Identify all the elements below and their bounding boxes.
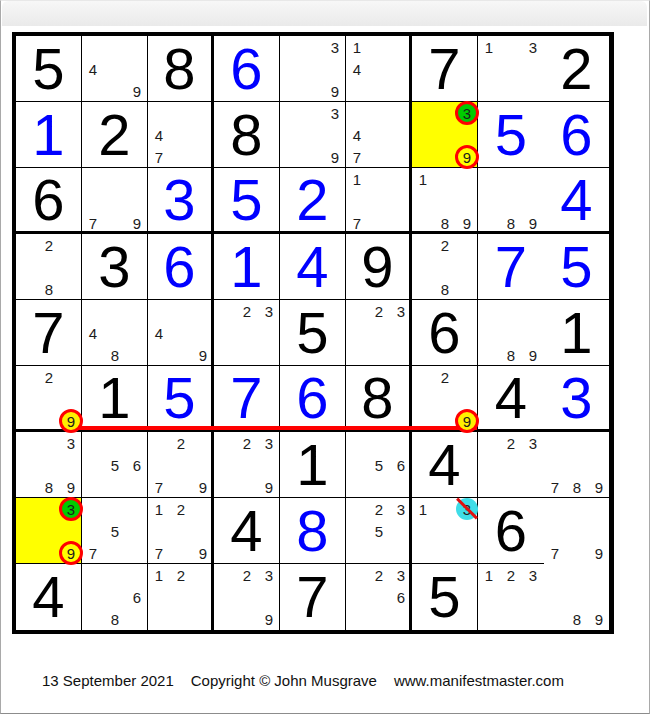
candidate-2: 2 bbox=[434, 234, 456, 256]
solved-digit: 5 bbox=[214, 168, 279, 231]
candidate-2: 2 bbox=[236, 300, 258, 322]
cell-r9c9[interactable]: 89 bbox=[544, 564, 610, 630]
candidate-8: 8 bbox=[38, 278, 60, 300]
cell-r2c5[interactable]: 39 bbox=[280, 102, 346, 168]
solved-digit: 3 bbox=[544, 366, 609, 429]
candidate-9: 9 bbox=[258, 608, 280, 630]
cell-r5c5[interactable]: 5 bbox=[280, 300, 346, 366]
candidate-1: 1 bbox=[412, 168, 434, 190]
candidate-2: 2 bbox=[236, 564, 258, 586]
cell-r7c3[interactable]: 279 bbox=[148, 432, 214, 498]
candidates: 789 bbox=[544, 432, 609, 497]
cell-r8c4[interactable]: 4 bbox=[214, 498, 280, 564]
cell-r6c1[interactable]: 29 bbox=[16, 366, 82, 432]
given-digit: 5 bbox=[280, 300, 345, 365]
given-digit: 6 bbox=[478, 498, 544, 563]
candidate-2: 2 bbox=[170, 432, 192, 454]
candidates: 39 bbox=[412, 102, 477, 167]
candidate-3-green-circled: 3 bbox=[455, 101, 479, 125]
candidate-1: 1 bbox=[148, 498, 170, 520]
candidates: 23 bbox=[214, 300, 279, 365]
candidates: 123 bbox=[478, 564, 544, 630]
candidate-9: 9 bbox=[588, 542, 610, 564]
candidate-2: 2 bbox=[170, 564, 192, 586]
candidate-9: 9 bbox=[324, 146, 346, 168]
candidate-2: 2 bbox=[434, 366, 456, 388]
cell-r2c2[interactable]: 2 bbox=[82, 102, 148, 168]
candidate-8: 8 bbox=[38, 476, 60, 498]
cell-r7c4[interactable]: 239 bbox=[214, 432, 280, 498]
candidate-9: 9 bbox=[192, 476, 214, 498]
solved-digit: 7 bbox=[214, 366, 279, 429]
given-digit: 8 bbox=[346, 366, 409, 429]
cell-r7c8[interactable]: 23 bbox=[478, 432, 544, 498]
cell-r6c2[interactable]: 1 bbox=[82, 366, 148, 432]
cell-r6c7[interactable]: 29 bbox=[412, 366, 478, 432]
solved-digit: 4 bbox=[544, 168, 609, 231]
candidates: 239 bbox=[214, 432, 279, 497]
cell-r4c7[interactable]: 28 bbox=[412, 234, 478, 300]
cell-r6c3[interactable]: 5 bbox=[148, 366, 214, 432]
candidate-8: 8 bbox=[104, 608, 126, 630]
candidates: 28 bbox=[412, 234, 477, 299]
candidates: 389 bbox=[16, 432, 81, 497]
cell-r8c3[interactable]: 1279 bbox=[148, 498, 214, 564]
candidates: 1279 bbox=[148, 498, 211, 563]
candidates: 47 bbox=[148, 102, 211, 167]
cell-r2c7[interactable]: 39 bbox=[412, 102, 478, 168]
cell-r5c9[interactable]: 1 bbox=[544, 300, 610, 366]
cell-r6c8[interactable]: 4 bbox=[478, 366, 544, 432]
candidate-3: 3 bbox=[390, 564, 412, 586]
candidates: 17 bbox=[346, 168, 409, 231]
cell-r2c1[interactable]: 1 bbox=[16, 102, 82, 168]
candidates: 13 bbox=[478, 36, 544, 101]
solved-digit: 1 bbox=[214, 234, 279, 299]
candidates: 23 bbox=[346, 300, 409, 365]
cell-r2c8[interactable]: 5 bbox=[478, 102, 544, 168]
candidate-6: 6 bbox=[390, 454, 412, 476]
candidates: 29 bbox=[412, 366, 477, 429]
candidates: 39 bbox=[16, 498, 81, 563]
candidates: 49 bbox=[82, 36, 147, 101]
given-digit: 9 bbox=[346, 234, 409, 299]
candidate-9-yellow-circled: 9 bbox=[455, 409, 479, 433]
candidate-2: 2 bbox=[236, 432, 258, 454]
cell-r5c8[interactable]: 89 bbox=[478, 300, 544, 366]
cell-r5c6[interactable]: 23 bbox=[346, 300, 412, 366]
candidates: 39 bbox=[280, 102, 345, 167]
cell-r9c3[interactable]: 12 bbox=[148, 564, 214, 630]
solved-digit: 6 bbox=[280, 366, 345, 429]
candidate-3: 3 bbox=[522, 432, 544, 454]
candidate-9: 9 bbox=[258, 476, 280, 498]
candidate-7: 7 bbox=[148, 542, 170, 564]
cell-r7c5[interactable]: 1 bbox=[280, 432, 346, 498]
candidate-9: 9 bbox=[324, 80, 346, 102]
cell-r9c8[interactable]: 123 bbox=[478, 564, 544, 630]
candidates: 79 bbox=[82, 168, 147, 231]
candidate-3: 3 bbox=[324, 102, 346, 124]
candidates: 14 bbox=[346, 36, 409, 101]
candidate-1: 1 bbox=[346, 36, 368, 58]
candidate-1: 1 bbox=[346, 168, 368, 190]
cell-r2c9[interactable]: 6 bbox=[544, 102, 610, 168]
footer-copyright: Copyright © John Musgrave bbox=[191, 672, 377, 689]
given-digit: 7 bbox=[280, 564, 345, 630]
candidate-9: 9 bbox=[192, 344, 214, 366]
candidates: 12 bbox=[148, 564, 211, 630]
candidates: 279 bbox=[148, 432, 211, 497]
cell-r2c3[interactable]: 47 bbox=[148, 102, 214, 168]
cell-r3c3[interactable]: 3 bbox=[148, 168, 214, 234]
candidates: 89 bbox=[478, 168, 544, 231]
candidate-3: 3 bbox=[258, 564, 280, 586]
candidate-5: 5 bbox=[368, 454, 390, 476]
footer-date: 13 September 2021 bbox=[42, 672, 174, 689]
candidate-8: 8 bbox=[434, 278, 456, 300]
given-digit: 8 bbox=[214, 102, 279, 167]
candidate-3: 3 bbox=[60, 432, 82, 454]
candidate-7: 7 bbox=[544, 476, 566, 498]
cell-r4c6[interactable]: 9 bbox=[346, 234, 412, 300]
page: 5498639147132124783947395667935217189894… bbox=[0, 0, 650, 720]
candidate-5: 5 bbox=[104, 520, 126, 542]
candidate-9-red-circled: 9 bbox=[59, 541, 83, 565]
cell-r3c6[interactable]: 17 bbox=[346, 168, 412, 234]
candidate-3: 3 bbox=[324, 36, 346, 58]
candidates: 239 bbox=[214, 564, 279, 630]
solved-digit: 7 bbox=[478, 234, 544, 299]
candidate-3: 3 bbox=[522, 36, 544, 58]
candidate-3-green-circled: 3 bbox=[59, 497, 83, 521]
cell-r3c5[interactable]: 2 bbox=[280, 168, 346, 234]
candidate-7: 7 bbox=[82, 542, 104, 564]
candidate-6: 6 bbox=[126, 586, 148, 608]
cell-r4c3[interactable]: 6 bbox=[148, 234, 214, 300]
candidate-8: 8 bbox=[500, 212, 522, 234]
cell-r9c7[interactable]: 5 bbox=[412, 564, 478, 630]
candidate-1: 1 bbox=[478, 36, 500, 58]
cell-r7c9[interactable]: 789 bbox=[544, 432, 610, 498]
candidate-9-red-circled: 9 bbox=[455, 145, 479, 169]
cell-r6c4[interactable]: 7 bbox=[214, 366, 280, 432]
cell-r4c9[interactable]: 5 bbox=[544, 234, 610, 300]
candidate-4: 4 bbox=[148, 322, 170, 344]
candidates: 29 bbox=[16, 366, 81, 429]
solved-digit: 6 bbox=[544, 102, 609, 167]
given-digit: 4 bbox=[214, 498, 279, 563]
candidate-4: 4 bbox=[148, 124, 170, 146]
cell-r4c8[interactable]: 7 bbox=[478, 234, 544, 300]
candidate-8: 8 bbox=[500, 344, 522, 366]
candidate-2: 2 bbox=[38, 366, 60, 388]
solved-digit: 5 bbox=[478, 102, 544, 167]
cell-r4c1[interactable]: 28 bbox=[16, 234, 82, 300]
cell-r1c6[interactable]: 14 bbox=[346, 36, 412, 102]
cell-r1c8[interactable]: 13 bbox=[478, 36, 544, 102]
given-digit: 1 bbox=[280, 432, 345, 497]
candidate-9: 9 bbox=[588, 608, 610, 630]
cell-r3c8[interactable]: 89 bbox=[478, 168, 544, 234]
candidates: 56 bbox=[346, 432, 409, 497]
candidate-7: 7 bbox=[544, 542, 566, 564]
given-digit: 4 bbox=[16, 564, 81, 630]
solved-digit: 6 bbox=[214, 36, 279, 101]
footer-website[interactable]: www.manifestmaster.com bbox=[394, 672, 564, 689]
candidate-2: 2 bbox=[368, 564, 390, 586]
candidates: 68 bbox=[82, 564, 147, 630]
solved-digit: 1 bbox=[16, 102, 81, 167]
candidate-2: 2 bbox=[170, 498, 192, 520]
solved-digit: 3 bbox=[148, 168, 211, 231]
candidates: 89 bbox=[478, 300, 544, 365]
candidate-8: 8 bbox=[104, 344, 126, 366]
cell-r6c9[interactable]: 3 bbox=[544, 366, 610, 432]
candidate-2: 2 bbox=[38, 234, 60, 256]
cell-r5c4[interactable]: 23 bbox=[214, 300, 280, 366]
candidates: 28 bbox=[16, 234, 81, 299]
given-digit: 7 bbox=[16, 300, 81, 365]
cell-r1c5[interactable]: 39 bbox=[280, 36, 346, 102]
candidate-7: 7 bbox=[148, 476, 170, 498]
cell-r3c2[interactable]: 79 bbox=[82, 168, 148, 234]
given-digit: 1 bbox=[544, 300, 609, 365]
cell-r4c5[interactable]: 4 bbox=[280, 234, 346, 300]
candidate-3: 3 bbox=[522, 564, 544, 586]
candidate-9: 9 bbox=[522, 212, 544, 234]
candidate-4: 4 bbox=[346, 124, 368, 146]
cell-r7c7[interactable]: 4 bbox=[412, 432, 478, 498]
given-digit: 4 bbox=[412, 432, 477, 497]
candidate-9: 9 bbox=[192, 542, 214, 564]
cell-r3c1[interactable]: 6 bbox=[16, 168, 82, 234]
given-digit: 2 bbox=[544, 36, 609, 101]
candidate-2: 2 bbox=[500, 564, 522, 586]
candidates: 189 bbox=[412, 168, 477, 231]
solved-digit: 6 bbox=[148, 234, 211, 299]
cell-r5c2[interactable]: 48 bbox=[82, 300, 148, 366]
candidate-5: 5 bbox=[104, 454, 126, 476]
candidate-5: 5 bbox=[368, 520, 390, 542]
cell-r8c9[interactable]: 79 bbox=[544, 498, 610, 564]
cell-r9c2[interactable]: 68 bbox=[82, 564, 148, 630]
candidate-8: 8 bbox=[566, 608, 588, 630]
candidates: 49 bbox=[148, 300, 211, 365]
candidate-9: 9 bbox=[588, 476, 610, 498]
candidate-4: 4 bbox=[346, 58, 368, 80]
sudoku-board: 5498639147132124783947395667935217189894… bbox=[12, 32, 614, 634]
candidate-2: 2 bbox=[500, 432, 522, 454]
candidate-9: 9 bbox=[522, 344, 544, 366]
solved-digit: 5 bbox=[544, 234, 609, 299]
given-digit: 2 bbox=[82, 102, 147, 167]
cell-r5c7[interactable]: 6 bbox=[412, 300, 478, 366]
cell-r6c5[interactable]: 6 bbox=[280, 366, 346, 432]
candidates: 48 bbox=[82, 300, 147, 365]
cell-r2c4[interactable]: 8 bbox=[214, 102, 280, 168]
candidate-8: 8 bbox=[566, 476, 588, 498]
cell-r8c5[interactable]: 8 bbox=[280, 498, 346, 564]
candidate-6: 6 bbox=[126, 454, 148, 476]
solved-digit: 4 bbox=[280, 234, 345, 299]
candidate-9-yellow-circled: 9 bbox=[59, 409, 83, 433]
cell-r7c6[interactable]: 56 bbox=[346, 432, 412, 498]
cell-r1c3[interactable]: 8 bbox=[148, 36, 214, 102]
candidate-3: 3 bbox=[258, 300, 280, 322]
cell-r8c1[interactable]: 39 bbox=[16, 498, 82, 564]
cell-r9c1[interactable]: 4 bbox=[16, 564, 82, 630]
chain-link-line bbox=[71, 426, 477, 430]
cell-r6c6[interactable]: 8 bbox=[346, 366, 412, 432]
candidate-4: 4 bbox=[82, 58, 104, 80]
candidate-3: 3 bbox=[390, 498, 412, 520]
cell-r8c8[interactable]: 6 bbox=[478, 498, 544, 564]
cell-r1c7[interactable]: 7 bbox=[412, 36, 478, 102]
given-digit: 6 bbox=[16, 168, 81, 231]
window-title-bar bbox=[2, 1, 647, 26]
candidates: 57 bbox=[82, 498, 147, 563]
candidates: 79 bbox=[544, 498, 609, 564]
candidate-7: 7 bbox=[148, 146, 170, 168]
candidate-2: 2 bbox=[368, 300, 390, 322]
candidate-7: 7 bbox=[82, 212, 104, 234]
candidate-9: 9 bbox=[60, 476, 82, 498]
candidate-2: 2 bbox=[368, 498, 390, 520]
cell-r7c2[interactable]: 56 bbox=[82, 432, 148, 498]
cell-r3c7[interactable]: 189 bbox=[412, 168, 478, 234]
solved-digit: 2 bbox=[280, 168, 345, 231]
cell-r5c3[interactable]: 49 bbox=[148, 300, 214, 366]
cell-r8c2[interactable]: 57 bbox=[82, 498, 148, 564]
candidates: 47 bbox=[346, 102, 409, 167]
given-digit: 7 bbox=[412, 36, 477, 101]
candidates: 23 bbox=[478, 432, 544, 497]
cell-r9c6[interactable]: 236 bbox=[346, 564, 412, 630]
cell-r1c2[interactable]: 49 bbox=[82, 36, 148, 102]
candidate-7: 7 bbox=[346, 212, 368, 234]
candidate-1: 1 bbox=[412, 498, 434, 520]
candidates: 39 bbox=[280, 36, 345, 101]
given-digit: 6 bbox=[412, 300, 477, 365]
cell-r1c1[interactable]: 5 bbox=[16, 36, 82, 102]
candidate-4: 4 bbox=[82, 322, 104, 344]
candidate-6: 6 bbox=[390, 586, 412, 608]
cell-r9c5[interactable]: 7 bbox=[280, 564, 346, 630]
given-digit: 1 bbox=[82, 366, 147, 429]
given-digit: 5 bbox=[412, 564, 477, 630]
candidate-1: 1 bbox=[148, 564, 170, 586]
cell-r7c1[interactable]: 389 bbox=[16, 432, 82, 498]
cell-r8c6[interactable]: 235 bbox=[346, 498, 412, 564]
given-digit: 3 bbox=[82, 234, 147, 299]
candidate-1: 1 bbox=[478, 564, 500, 586]
candidates: 89 bbox=[544, 564, 609, 630]
candidate-7: 7 bbox=[346, 146, 368, 168]
candidates: 235 bbox=[346, 498, 409, 563]
candidates: 13 bbox=[412, 498, 477, 563]
cell-r3c9[interactable]: 4 bbox=[544, 168, 610, 234]
candidate-9: 9 bbox=[126, 212, 148, 234]
candidate-9: 9 bbox=[126, 80, 148, 102]
footer: 13 September 2021 Copyright © John Musgr… bbox=[0, 672, 650, 689]
cell-r5c1[interactable]: 7 bbox=[16, 300, 82, 366]
cell-r3c4[interactable]: 5 bbox=[214, 168, 280, 234]
cell-r4c2[interactable]: 3 bbox=[82, 234, 148, 300]
given-digit: 4 bbox=[478, 366, 544, 429]
candidates: 236 bbox=[346, 564, 409, 630]
solved-digit: 5 bbox=[148, 366, 211, 429]
candidate-3-eliminated: 3 bbox=[456, 498, 478, 520]
cell-r1c4[interactable]: 6 bbox=[214, 36, 280, 102]
candidate-8: 8 bbox=[434, 212, 456, 234]
cell-r9c4[interactable]: 239 bbox=[214, 564, 280, 630]
candidate-3: 3 bbox=[258, 432, 280, 454]
candidates: 56 bbox=[82, 432, 147, 497]
cell-r1c9[interactable]: 2 bbox=[544, 36, 610, 102]
given-digit: 8 bbox=[148, 36, 211, 101]
cell-r8c7[interactable]: 13 bbox=[412, 498, 478, 564]
candidate-3: 3 bbox=[390, 300, 412, 322]
candidate-9: 9 bbox=[456, 212, 478, 234]
cell-r2c6[interactable]: 47 bbox=[346, 102, 412, 168]
solved-digit: 8 bbox=[280, 498, 345, 563]
given-digit: 5 bbox=[16, 36, 81, 101]
cell-r4c4[interactable]: 1 bbox=[214, 234, 280, 300]
